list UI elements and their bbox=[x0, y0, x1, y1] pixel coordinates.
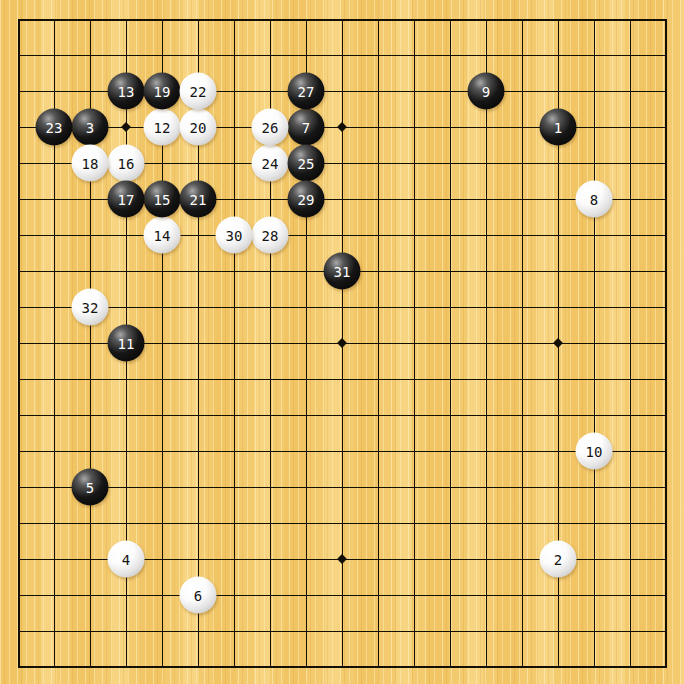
move-number-label: 25 bbox=[298, 156, 315, 170]
black-stone-7: 7 bbox=[288, 109, 325, 146]
black-stone-15: 15 bbox=[144, 181, 181, 218]
grid-line-vertical bbox=[414, 19, 415, 668]
black-stone-13: 13 bbox=[108, 73, 145, 110]
move-number-label: 28 bbox=[262, 228, 279, 242]
white-stone-32: 32 bbox=[72, 289, 109, 326]
star-point bbox=[337, 554, 347, 564]
white-stone-6: 6 bbox=[180, 577, 217, 614]
grid-line-vertical bbox=[450, 19, 451, 668]
move-number-label: 7 bbox=[302, 120, 310, 134]
star-point bbox=[121, 122, 131, 132]
move-number-label: 11 bbox=[118, 336, 135, 350]
grid-line-horizontal bbox=[18, 451, 667, 452]
move-number-label: 27 bbox=[298, 84, 315, 98]
star-point bbox=[553, 338, 563, 348]
move-number-label: 15 bbox=[154, 192, 171, 206]
white-stone-12: 12 bbox=[144, 109, 181, 146]
white-stone-22: 22 bbox=[180, 73, 217, 110]
white-stone-26: 26 bbox=[252, 109, 289, 146]
move-number-label: 29 bbox=[298, 192, 315, 206]
black-stone-5: 5 bbox=[72, 469, 109, 506]
white-stone-2: 2 bbox=[540, 541, 577, 578]
white-stone-8: 8 bbox=[576, 181, 613, 218]
move-number-label: 20 bbox=[190, 120, 207, 134]
move-number-label: 30 bbox=[226, 228, 243, 242]
move-number-label: 5 bbox=[86, 480, 94, 494]
grid-line-vertical bbox=[378, 19, 379, 668]
white-stone-20: 20 bbox=[180, 109, 217, 146]
black-stone-21: 21 bbox=[180, 181, 217, 218]
move-number-label: 31 bbox=[334, 264, 351, 278]
black-stone-29: 29 bbox=[288, 181, 325, 218]
move-number-label: 10 bbox=[586, 444, 603, 458]
move-number-label: 6 bbox=[194, 588, 202, 602]
black-stone-19: 19 bbox=[144, 73, 181, 110]
move-number-label: 19 bbox=[154, 84, 171, 98]
grid-line-horizontal bbox=[18, 631, 667, 632]
move-number-label: 9 bbox=[482, 84, 490, 98]
white-stone-24: 24 bbox=[252, 145, 289, 182]
black-stone-17: 17 bbox=[108, 181, 145, 218]
star-point bbox=[337, 338, 347, 348]
move-number-label: 12 bbox=[154, 120, 171, 134]
move-number-label: 3 bbox=[86, 120, 94, 134]
grid-line-horizontal bbox=[18, 487, 667, 488]
move-number-label: 22 bbox=[190, 84, 207, 98]
move-number-label: 18 bbox=[82, 156, 99, 170]
black-stone-3: 3 bbox=[72, 109, 109, 146]
move-number-label: 8 bbox=[590, 192, 598, 206]
move-number-label: 1 bbox=[554, 120, 562, 134]
move-number-label: 4 bbox=[122, 552, 130, 566]
grid-line-horizontal bbox=[18, 666, 667, 668]
grid-line-vertical bbox=[665, 19, 667, 668]
black-stone-9: 9 bbox=[468, 73, 505, 110]
grid-line-vertical bbox=[486, 19, 487, 668]
white-stone-16: 16 bbox=[108, 145, 145, 182]
black-stone-11: 11 bbox=[108, 325, 145, 362]
white-stone-18: 18 bbox=[72, 145, 109, 182]
grid-line-horizontal bbox=[18, 415, 667, 416]
move-number-label: 32 bbox=[82, 300, 99, 314]
move-number-label: 14 bbox=[154, 228, 171, 242]
grid-line-vertical bbox=[594, 19, 595, 668]
star-point bbox=[337, 122, 347, 132]
go-board[interactable]: 1234567891011121314151617181920212223242… bbox=[0, 0, 684, 684]
grid-line-horizontal bbox=[18, 523, 667, 524]
grid-line-horizontal bbox=[18, 595, 667, 596]
move-number-label: 2 bbox=[554, 552, 562, 566]
black-stone-1: 1 bbox=[540, 109, 577, 146]
grid-line-vertical bbox=[522, 19, 523, 668]
move-number-label: 21 bbox=[190, 192, 207, 206]
move-number-label: 26 bbox=[262, 120, 279, 134]
black-stone-31: 31 bbox=[324, 253, 361, 290]
move-number-label: 17 bbox=[118, 192, 135, 206]
move-number-label: 13 bbox=[118, 84, 135, 98]
grid-line-vertical bbox=[630, 19, 631, 668]
black-stone-23: 23 bbox=[36, 109, 73, 146]
grid-line-horizontal bbox=[18, 379, 667, 380]
white-stone-4: 4 bbox=[108, 541, 145, 578]
white-stone-30: 30 bbox=[216, 217, 253, 254]
move-number-label: 24 bbox=[262, 156, 279, 170]
black-stone-27: 27 bbox=[288, 73, 325, 110]
move-number-label: 16 bbox=[118, 156, 135, 170]
move-number-label: 23 bbox=[46, 120, 63, 134]
white-stone-10: 10 bbox=[576, 433, 613, 470]
white-stone-28: 28 bbox=[252, 217, 289, 254]
white-stone-14: 14 bbox=[144, 217, 181, 254]
black-stone-25: 25 bbox=[288, 145, 325, 182]
